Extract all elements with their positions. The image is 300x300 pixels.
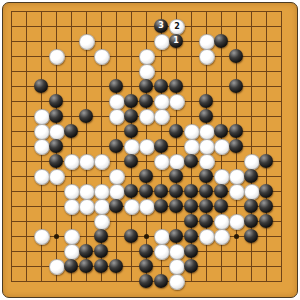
white-stone[interactable] [79,184,95,200]
white-stone[interactable] [169,244,185,260]
black-stone[interactable] [109,259,123,273]
black-stone[interactable] [199,169,213,183]
white-stone[interactable] [229,214,245,230]
white-stone[interactable] [154,94,170,110]
star-point [234,234,239,239]
black-stone[interactable] [169,229,183,243]
black-stone[interactable] [34,79,48,93]
white-stone[interactable] [124,199,140,215]
black-stone[interactable] [229,139,243,153]
black-stone[interactable] [124,109,138,123]
white-stone[interactable] [199,49,215,65]
white-stone[interactable] [199,139,215,155]
white-stone[interactable] [94,49,110,65]
black-stone[interactable] [259,154,273,168]
white-stone[interactable] [94,199,110,215]
white-stone[interactable] [79,199,95,215]
black-stone[interactable] [64,259,78,273]
white-stone[interactable] [34,109,50,125]
grid-line-horizontal [11,11,282,12]
white-stone[interactable] [184,139,200,155]
white-stone[interactable] [49,169,65,185]
white-stone[interactable] [199,229,215,245]
black-stone[interactable] [169,184,183,198]
white-stone[interactable] [64,199,80,215]
black-stone[interactable] [184,184,198,198]
black-stone[interactable] [79,109,93,123]
white-stone[interactable] [214,169,230,185]
black-stone[interactable] [184,229,198,243]
black-stone[interactable] [199,184,213,198]
black-stone[interactable] [124,184,138,198]
white-stone[interactable] [154,109,170,125]
white-stone[interactable] [154,229,170,245]
white-stone[interactable] [109,169,125,185]
white-stone[interactable] [49,49,65,65]
black-stone[interactable] [229,49,243,63]
white-stone[interactable] [109,109,125,125]
white-stone[interactable] [199,124,215,140]
black-stone[interactable] [94,244,108,258]
white-stone[interactable] [184,124,200,140]
grid-line-vertical [26,11,27,282]
black-stone[interactable] [154,199,168,213]
grid-line-vertical [266,11,267,282]
black-stone[interactable] [244,214,258,228]
black-stone[interactable] [229,124,243,138]
black-stone[interactable] [139,79,153,93]
black-stone[interactable] [154,79,168,93]
go-app: 321 [0,0,300,300]
white-stone[interactable] [139,199,155,215]
white-stone[interactable] [64,154,80,170]
black-stone[interactable] [259,214,273,228]
black-stone[interactable] [214,199,228,213]
white-stone[interactable] [49,259,65,275]
black-stone[interactable] [124,229,138,243]
white-stone[interactable] [169,94,185,110]
move-number-stone[interactable]: 1 [169,34,183,48]
grid-line-vertical [281,11,282,282]
white-stone[interactable] [94,154,110,170]
white-stone[interactable] [154,34,170,50]
white-stone[interactable] [214,139,230,155]
black-stone[interactable] [244,229,258,243]
black-stone[interactable] [169,169,183,183]
black-stone[interactable] [229,79,243,93]
white-stone[interactable] [229,184,245,200]
black-stone[interactable] [169,199,183,213]
white-stone[interactable] [34,124,50,140]
white-stone[interactable] [79,34,95,50]
black-stone[interactable] [199,199,213,213]
black-stone[interactable] [139,169,153,183]
black-stone[interactable] [259,199,273,213]
black-stone[interactable] [139,274,153,288]
black-stone[interactable] [169,124,183,138]
grid-line-horizontal [11,41,282,42]
white-stone[interactable] [169,154,185,170]
white-stone[interactable] [139,109,155,125]
black-stone[interactable] [154,184,168,198]
black-stone[interactable] [184,154,198,168]
white-stone[interactable] [154,154,170,170]
white-stone[interactable] [109,94,125,110]
black-stone[interactable] [124,124,138,138]
grid-line-vertical [11,11,12,282]
black-stone[interactable] [49,94,63,108]
white-stone[interactable] [199,154,215,170]
white-stone[interactable] [214,229,230,245]
black-stone[interactable] [139,184,153,198]
black-stone[interactable] [124,94,138,108]
white-stone[interactable] [214,214,230,230]
black-stone[interactable] [199,94,213,108]
white-stone[interactable] [34,169,50,185]
black-stone[interactable] [184,244,198,258]
white-stone[interactable] [64,184,80,200]
black-stone[interactable] [259,184,273,198]
white-stone[interactable] [229,169,245,185]
black-stone[interactable] [49,154,63,168]
black-stone[interactable] [184,259,198,273]
black-stone[interactable] [109,79,123,93]
white-stone[interactable] [199,34,215,50]
black-stone[interactable] [184,214,198,228]
star-point [54,234,59,239]
black-stone[interactable] [214,124,228,138]
white-stone[interactable] [139,49,155,65]
black-stone[interactable] [49,139,63,153]
white-stone[interactable] [49,124,65,140]
grid-line-horizontal [11,26,282,27]
black-stone[interactable] [214,184,228,198]
white-stone[interactable] [154,244,170,260]
white-stone[interactable] [79,154,95,170]
star-point [144,234,149,239]
white-stone[interactable] [169,259,185,275]
black-stone[interactable] [154,139,168,153]
black-stone[interactable] [244,169,258,183]
go-board[interactable]: 321 [2,2,298,298]
white-stone[interactable] [34,139,50,155]
white-stone[interactable] [139,64,155,80]
black-stone[interactable] [184,199,198,213]
black-stone[interactable] [124,154,138,168]
black-stone[interactable] [79,244,93,258]
white-stone[interactable] [244,154,260,170]
black-stone[interactable] [154,274,168,288]
move-number-stone[interactable]: 2 [169,19,185,35]
white-stone[interactable] [64,244,80,260]
black-stone[interactable] [109,199,123,213]
black-stone[interactable] [169,79,183,93]
black-stone[interactable] [139,259,153,273]
white-stone[interactable] [34,229,50,245]
black-stone[interactable] [199,214,213,228]
white-stone[interactable] [124,139,140,155]
black-stone[interactable] [64,124,78,138]
black-stone[interactable] [139,244,153,258]
black-stone[interactable] [49,109,63,123]
white-stone[interactable] [94,214,110,230]
move-number-stone[interactable]: 3 [154,19,168,33]
white-stone[interactable] [139,139,155,155]
white-stone[interactable] [94,184,110,200]
white-stone[interactable] [64,229,80,245]
white-stone[interactable] [109,184,125,200]
black-stone[interactable] [94,229,108,243]
black-stone[interactable] [139,94,153,108]
black-stone[interactable] [109,139,123,153]
black-stone[interactable] [244,199,258,213]
black-stone[interactable] [94,259,108,273]
black-stone[interactable] [199,109,213,123]
black-stone[interactable] [79,259,93,273]
white-stone[interactable] [169,274,185,290]
grid-line-vertical [86,11,87,282]
white-stone[interactable] [244,184,260,200]
black-stone[interactable] [214,34,228,48]
